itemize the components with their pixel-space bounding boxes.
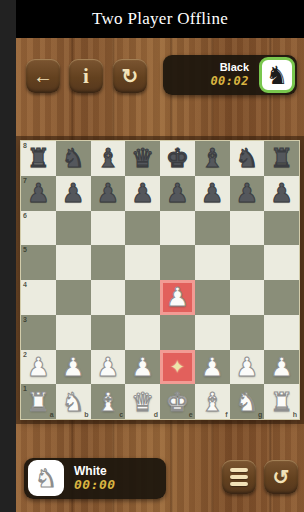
square-b7[interactable]: ♟ — [56, 176, 91, 211]
undo-button[interactable]: ↺ — [264, 460, 298, 494]
white-bishop: ♝ — [96, 389, 119, 415]
file-label-d: d — [154, 411, 158, 418]
square-h8[interactable]: ♜ — [264, 141, 299, 176]
square-c5[interactable] — [91, 245, 126, 280]
square-h1[interactable]: h♜ — [264, 384, 299, 419]
square-g1[interactable]: g♞ — [230, 384, 265, 419]
black-pawn: ♟ — [235, 180, 258, 206]
white-pawn: ♟ — [27, 354, 50, 380]
rank-label-2: 2 — [23, 351, 27, 358]
square-c8[interactable]: ♝ — [91, 141, 126, 176]
white-knight: ♞ — [61, 389, 84, 415]
square-a1[interactable]: 1a♜ — [21, 384, 56, 419]
black-knight: ♞ — [235, 145, 258, 171]
square-b1[interactable]: b♞ — [56, 384, 91, 419]
black-player-panel: Black 00:02 ♞ — [163, 55, 297, 95]
square-e6[interactable] — [160, 211, 195, 246]
rank-label-6: 6 — [23, 212, 27, 219]
square-d1[interactable]: d♛ — [125, 384, 160, 419]
square-b6[interactable] — [56, 211, 91, 246]
white-pawn: ♟ — [131, 354, 154, 380]
white-king: ♚ — [166, 389, 189, 415]
black-queen: ♛ — [131, 145, 154, 171]
black-pawn: ♟ — [131, 180, 154, 206]
square-c4[interactable] — [91, 280, 126, 315]
black-knight-icon: ♞ — [266, 63, 288, 88]
square-f6[interactable] — [195, 211, 230, 246]
black-bishop: ♝ — [200, 145, 223, 171]
square-h7[interactable]: ♟ — [264, 176, 299, 211]
black-rook: ♜ — [27, 145, 50, 171]
white-pawn: ♟ — [235, 354, 258, 380]
file-label-e: e — [189, 411, 193, 418]
info-button[interactable]: i — [69, 59, 103, 93]
page-title: Two Player Offline — [92, 9, 228, 29]
square-a5[interactable]: 5 — [21, 245, 56, 280]
file-label-c: c — [119, 411, 123, 418]
square-e1[interactable]: e♚ — [160, 384, 195, 419]
square-d3[interactable] — [125, 315, 160, 350]
square-d6[interactable] — [125, 211, 160, 246]
undo-icon: ↺ — [273, 465, 290, 489]
menu-button[interactable] — [222, 460, 256, 494]
square-b2[interactable]: ♟ — [56, 350, 91, 385]
square-a4[interactable]: 4 — [21, 280, 56, 315]
white-knight-icon: ♞ — [35, 466, 57, 491]
square-f7[interactable]: ♟ — [195, 176, 230, 211]
square-g8[interactable]: ♞ — [230, 141, 265, 176]
back-arrow-icon: ← — [33, 65, 53, 88]
square-e2[interactable]: ✦ — [160, 350, 195, 385]
file-label-f: f — [225, 411, 227, 418]
app-screen: Two Player Offline ← i ↻ Black 00:02 ♞ 8… — [16, 0, 304, 512]
white-player-avatar: ♞ — [28, 460, 64, 496]
file-label-b: b — [84, 411, 88, 418]
square-g5[interactable] — [230, 245, 265, 280]
square-a3[interactable]: 3 — [21, 315, 56, 350]
square-f1[interactable]: f♝ — [195, 384, 230, 419]
square-a8[interactable]: 8♜ — [21, 141, 56, 176]
black-pawn: ♟ — [96, 180, 119, 206]
black-pawn: ♟ — [166, 180, 189, 206]
white-player-clock: 00:00 — [74, 478, 116, 492]
info-icon: i — [83, 64, 89, 89]
white-bishop: ♝ — [200, 389, 223, 415]
rank-label-7: 7 — [23, 177, 27, 184]
square-b4[interactable] — [56, 280, 91, 315]
file-label-a: a — [50, 411, 54, 418]
file-label-h: h — [293, 411, 297, 418]
flip-board-button[interactable]: ↻ — [113, 59, 147, 93]
square-d5[interactable] — [125, 245, 160, 280]
black-player-name: Black — [220, 61, 249, 74]
black-pawn: ♟ — [270, 180, 293, 206]
black-rook: ♜ — [270, 145, 293, 171]
square-d7[interactable]: ♟ — [125, 176, 160, 211]
square-e7[interactable]: ♟ — [160, 176, 195, 211]
square-f5[interactable] — [195, 245, 230, 280]
back-button[interactable]: ← — [26, 59, 60, 93]
square-e8[interactable]: ♚ — [160, 141, 195, 176]
file-label-g: g — [258, 411, 262, 418]
square-f2[interactable]: ♟ — [195, 350, 230, 385]
square-b5[interactable] — [56, 245, 91, 280]
chess-board: 8♜♞♝♛♚♝♞♜7♟♟♟♟♟♟♟♟654♟32♟♟♟♟✦♟♟♟1a♜b♞c♝d… — [21, 141, 299, 419]
white-pawn: ♟ — [270, 354, 293, 380]
black-knight: ♞ — [61, 145, 84, 171]
menu-icon — [230, 468, 248, 486]
flip-board-icon: ↻ — [122, 64, 139, 88]
square-e5[interactable] — [160, 245, 195, 280]
square-e4[interactable]: ♟ — [160, 280, 195, 315]
black-player-avatar: ♞ — [259, 57, 295, 93]
square-c7[interactable]: ♟ — [91, 176, 126, 211]
rank-label-5: 5 — [23, 246, 27, 253]
white-pawn: ♟ — [166, 284, 189, 310]
black-pawn: ♟ — [200, 180, 223, 206]
square-g6[interactable] — [230, 211, 265, 246]
rank-label-8: 8 — [23, 142, 27, 149]
rank-label-3: 3 — [23, 316, 27, 323]
square-h6[interactable] — [264, 211, 299, 246]
square-g7[interactable]: ♟ — [230, 176, 265, 211]
black-pawn: ♟ — [61, 180, 84, 206]
square-d8[interactable]: ♛ — [125, 141, 160, 176]
square-d2[interactable]: ♟ — [125, 350, 160, 385]
square-f3[interactable] — [195, 315, 230, 350]
square-a6[interactable]: 6 — [21, 211, 56, 246]
rank-label-1: 1 — [23, 385, 27, 392]
black-bishop: ♝ — [96, 145, 119, 171]
square-g3[interactable] — [230, 315, 265, 350]
square-a7[interactable]: 7♟ — [21, 176, 56, 211]
black-king: ♚ — [166, 145, 189, 171]
square-h3[interactable] — [264, 315, 299, 350]
white-knight: ♞ — [235, 389, 258, 415]
white-rook: ♜ — [270, 389, 293, 415]
square-f4[interactable] — [195, 280, 230, 315]
square-b8[interactable]: ♞ — [56, 141, 91, 176]
white-rook: ♜ — [27, 389, 50, 415]
white-queen: ♛ — [131, 389, 154, 415]
black-player-clock: 00:02 — [210, 74, 249, 88]
square-c6[interactable] — [91, 211, 126, 246]
rank-label-4: 4 — [23, 281, 27, 288]
white-pawn: ♟ — [61, 354, 84, 380]
black-pawn: ♟ — [27, 180, 50, 206]
square-c1[interactable]: c♝ — [91, 384, 126, 419]
square-b3[interactable] — [56, 315, 91, 350]
square-c3[interactable] — [91, 315, 126, 350]
square-f8[interactable]: ♝ — [195, 141, 230, 176]
white-pawn: ♟ — [96, 354, 119, 380]
square-c2[interactable]: ♟ — [91, 350, 126, 385]
square-h4[interactable] — [264, 280, 299, 315]
white-pawn: ♟ — [200, 354, 223, 380]
white-player-panel: ♞ White 00:00 — [24, 458, 166, 499]
square-g4[interactable] — [230, 280, 265, 315]
square-e3[interactable] — [160, 315, 195, 350]
square-h5[interactable] — [264, 245, 299, 280]
square-h2[interactable]: ♟ — [264, 350, 299, 385]
move-origin-marker-icon: ✦ — [170, 358, 185, 376]
square-a2[interactable]: 2♟ — [21, 350, 56, 385]
square-g2[interactable]: ♟ — [230, 350, 265, 385]
square-d4[interactable] — [125, 280, 160, 315]
title-bar: Two Player Offline — [16, 0, 304, 38]
